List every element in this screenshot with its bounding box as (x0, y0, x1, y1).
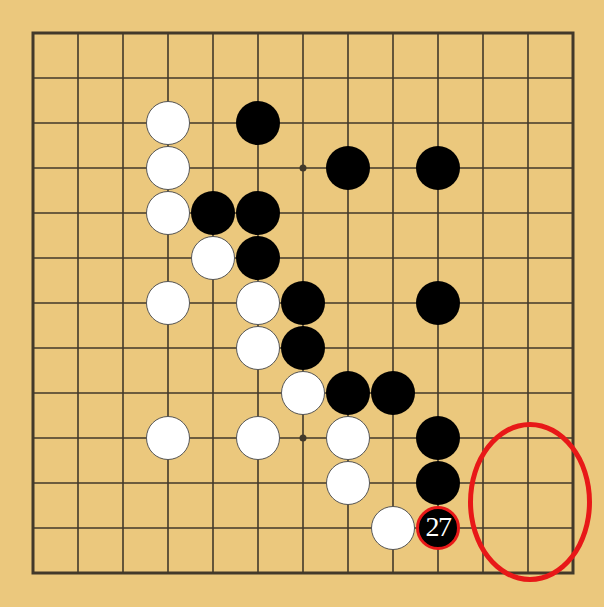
black-stone (416, 146, 460, 190)
white-stone (146, 416, 190, 460)
black-stone (281, 326, 325, 370)
white-stone (236, 281, 280, 325)
white-stone (326, 416, 370, 460)
black-stone (371, 371, 415, 415)
black-stone (236, 101, 280, 145)
black-stone (236, 191, 280, 235)
white-stone (236, 326, 280, 370)
white-stone (146, 281, 190, 325)
move-number-label: 27 (426, 513, 451, 541)
white-stone (191, 236, 235, 280)
go-board[interactable]: 27 (11, 11, 596, 596)
black-stone (326, 371, 370, 415)
white-stone (236, 416, 280, 460)
black-stone (416, 281, 460, 325)
white-stone (146, 101, 190, 145)
white-stone (371, 506, 415, 550)
black-stone (416, 416, 460, 460)
white-stone (146, 146, 190, 190)
black-stone (416, 461, 460, 505)
last-move-stone: 27 (416, 506, 460, 550)
black-stone (191, 191, 235, 235)
black-stone (281, 281, 325, 325)
black-stone (236, 236, 280, 280)
black-stone (326, 146, 370, 190)
white-stone (281, 371, 325, 415)
white-stone (326, 461, 370, 505)
white-stone (146, 191, 190, 235)
go-diagram: 27 (0, 0, 604, 607)
